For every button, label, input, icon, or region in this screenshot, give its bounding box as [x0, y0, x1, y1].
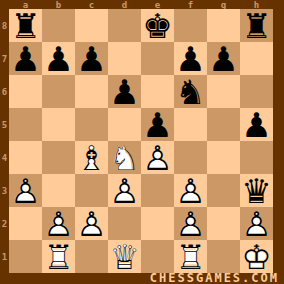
rank-labels: 87654321 [0, 9, 9, 273]
site-watermark: CHESSGAMES.COM [150, 273, 279, 284]
square-a1 [9, 240, 42, 273]
square-a8: ♜ [9, 9, 42, 42]
rank-label-3: 3 [0, 174, 9, 207]
square-h2: ♟♙ [240, 207, 273, 240]
square-a3: ♟♙ [9, 174, 42, 207]
white-pawn: ♟♙ [174, 174, 207, 207]
square-d3: ♟♙ [108, 174, 141, 207]
square-h6 [240, 75, 273, 108]
square-b7: ♟ [42, 42, 75, 75]
square-b5 [42, 108, 75, 141]
square-f7: ♟ [174, 42, 207, 75]
square-c6 [75, 75, 108, 108]
white-pawn: ♟♙ [75, 207, 108, 240]
black-pawn: ♟ [42, 42, 75, 75]
square-d7 [108, 42, 141, 75]
square-e5: ♟ [141, 108, 174, 141]
white-king: ♚♔ [240, 240, 273, 273]
rank-label-5: 5 [0, 108, 9, 141]
square-d4: ♞♘ [108, 141, 141, 174]
square-f1: ♜♖ [174, 240, 207, 273]
square-a6 [9, 75, 42, 108]
rank-label-2: 2 [0, 207, 9, 240]
square-f8 [174, 9, 207, 42]
square-e7 [141, 42, 174, 75]
square-g3 [207, 174, 240, 207]
square-c3 [75, 174, 108, 207]
square-g4 [207, 141, 240, 174]
square-h4 [240, 141, 273, 174]
square-a5 [9, 108, 42, 141]
square-f5 [174, 108, 207, 141]
square-e1 [141, 240, 174, 273]
black-pawn: ♟ [240, 108, 273, 141]
square-d8 [108, 9, 141, 42]
square-f4 [174, 141, 207, 174]
black-pawn: ♟ [9, 42, 42, 75]
white-pawn: ♟♙ [9, 174, 42, 207]
square-h7 [240, 42, 273, 75]
square-b6 [42, 75, 75, 108]
square-d2 [108, 207, 141, 240]
square-d5 [108, 108, 141, 141]
black-knight: ♞ [174, 75, 207, 108]
white-pawn: ♟♙ [42, 207, 75, 240]
square-d6: ♟ [108, 75, 141, 108]
square-b3 [42, 174, 75, 207]
square-e2 [141, 207, 174, 240]
black-pawn: ♟ [207, 42, 240, 75]
square-a4 [9, 141, 42, 174]
square-e8: ♚ [141, 9, 174, 42]
rank-label-4: 4 [0, 141, 9, 174]
square-c2: ♟♙ [75, 207, 108, 240]
white-rook: ♜♖ [42, 240, 75, 273]
black-pawn: ♟ [75, 42, 108, 75]
square-c4: ♝♗ [75, 141, 108, 174]
black-pawn: ♟ [141, 108, 174, 141]
square-g5 [207, 108, 240, 141]
white-pawn: ♟♙ [141, 141, 174, 174]
square-e4: ♟♙ [141, 141, 174, 174]
square-c1 [75, 240, 108, 273]
square-c7: ♟ [75, 42, 108, 75]
square-c8 [75, 9, 108, 42]
black-queen: ♛ [240, 174, 273, 207]
white-pawn: ♟♙ [240, 207, 273, 240]
white-pawn: ♟♙ [174, 207, 207, 240]
square-a7: ♟ [9, 42, 42, 75]
black-rook: ♜ [9, 9, 42, 42]
square-b2: ♟♙ [42, 207, 75, 240]
black-pawn: ♟ [174, 42, 207, 75]
square-g2 [207, 207, 240, 240]
square-d1: ♛♕ [108, 240, 141, 273]
square-e6 [141, 75, 174, 108]
square-a2 [9, 207, 42, 240]
black-king: ♚ [141, 9, 174, 42]
white-queen: ♛♕ [108, 240, 141, 273]
square-b8 [42, 9, 75, 42]
square-h5: ♟ [240, 108, 273, 141]
square-c5 [75, 108, 108, 141]
square-f3: ♟♙ [174, 174, 207, 207]
square-h1: ♚♔ [240, 240, 273, 273]
white-pawn: ♟♙ [108, 174, 141, 207]
rank-label-7: 7 [0, 42, 9, 75]
white-rook: ♜♖ [174, 240, 207, 273]
square-g6 [207, 75, 240, 108]
white-bishop: ♝♗ [75, 141, 108, 174]
square-g7: ♟ [207, 42, 240, 75]
square-b4 [42, 141, 75, 174]
square-f6: ♞ [174, 75, 207, 108]
chess-board: ♜♚♜♟♟♟♟♟♟♞♟♟♝♗♞♘♟♙♟♙♟♙♟♙♛♟♙♟♙♟♙♟♙♜♖♛♕♜♖♚… [9, 9, 273, 273]
rank-label-8: 8 [0, 9, 9, 42]
black-rook: ♜ [240, 9, 273, 42]
square-e3 [141, 174, 174, 207]
black-pawn: ♟ [108, 75, 141, 108]
square-f2: ♟♙ [174, 207, 207, 240]
square-g8 [207, 9, 240, 42]
square-g1 [207, 240, 240, 273]
square-h3: ♛ [240, 174, 273, 207]
rank-label-1: 1 [0, 240, 9, 273]
square-b1: ♜♖ [42, 240, 75, 273]
white-knight: ♞♘ [108, 141, 141, 174]
square-h8: ♜ [240, 9, 273, 42]
chess-diagram: abcdefgh 87654321 ♜♚♜♟♟♟♟♟♟♞♟♟♝♗♞♘♟♙♟♙♟♙… [0, 0, 284, 284]
rank-label-6: 6 [0, 75, 9, 108]
